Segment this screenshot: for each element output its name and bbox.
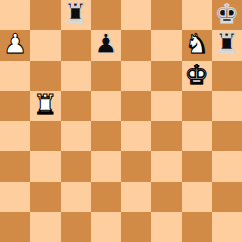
square-g5[interactable] [182, 91, 212, 121]
square-d3[interactable] [91, 151, 121, 181]
square-h4[interactable] [212, 121, 242, 151]
square-g2[interactable] [182, 182, 212, 212]
piece-white-rook[interactable]: ♜ [33, 91, 57, 120]
square-h1[interactable] [212, 212, 242, 242]
square-c3[interactable] [61, 151, 91, 181]
square-d5[interactable] [91, 91, 121, 121]
square-a5[interactable] [0, 91, 30, 121]
square-e4[interactable] [121, 121, 151, 151]
square-e7[interactable] [121, 30, 151, 60]
piece-black-rook[interactable]: ♜ [64, 0, 88, 29]
square-c1[interactable] [61, 212, 91, 242]
square-f2[interactable] [151, 182, 181, 212]
square-g6[interactable]: ♚ [182, 61, 212, 91]
square-f7[interactable] [151, 30, 181, 60]
square-h3[interactable] [212, 151, 242, 181]
square-d6[interactable] [91, 61, 121, 91]
square-c8[interactable]: ♜ [61, 0, 91, 30]
square-d7[interactable]: ♟ [91, 30, 121, 60]
square-a3[interactable] [0, 151, 30, 181]
square-c6[interactable] [61, 61, 91, 91]
square-d8[interactable] [91, 0, 121, 30]
square-a8[interactable] [0, 0, 30, 30]
square-b1[interactable] [30, 212, 60, 242]
square-b4[interactable] [30, 121, 60, 151]
square-a6[interactable] [0, 61, 30, 91]
square-c2[interactable] [61, 182, 91, 212]
square-b3[interactable] [30, 151, 60, 181]
square-f4[interactable] [151, 121, 181, 151]
square-c4[interactable] [61, 121, 91, 151]
square-g7[interactable]: ♞ [182, 30, 212, 60]
square-e6[interactable] [121, 61, 151, 91]
square-a2[interactable] [0, 182, 30, 212]
chess-board: ♜♚♟♟♞♜♚♜ [0, 0, 242, 242]
piece-white-king[interactable]: ♚ [185, 61, 209, 90]
square-g3[interactable] [182, 151, 212, 181]
piece-black-pawn[interactable]: ♟ [94, 30, 118, 59]
square-d2[interactable] [91, 182, 121, 212]
square-e8[interactable] [121, 0, 151, 30]
square-c7[interactable] [61, 30, 91, 60]
square-e1[interactable] [121, 212, 151, 242]
piece-white-knight[interactable]: ♞ [185, 30, 209, 59]
piece-black-rook[interactable]: ♜ [215, 30, 239, 59]
square-f6[interactable] [151, 61, 181, 91]
square-b5[interactable]: ♜ [30, 91, 60, 121]
square-h7[interactable]: ♜ [212, 30, 242, 60]
square-f5[interactable] [151, 91, 181, 121]
square-a1[interactable] [0, 212, 30, 242]
square-e2[interactable] [121, 182, 151, 212]
square-c5[interactable] [61, 91, 91, 121]
piece-black-king[interactable]: ♚ [215, 0, 239, 29]
square-f1[interactable] [151, 212, 181, 242]
square-e3[interactable] [121, 151, 151, 181]
square-h5[interactable] [212, 91, 242, 121]
square-e5[interactable] [121, 91, 151, 121]
square-f8[interactable] [151, 0, 181, 30]
square-h8[interactable]: ♚ [212, 0, 242, 30]
square-g1[interactable] [182, 212, 212, 242]
square-f3[interactable] [151, 151, 181, 181]
square-b7[interactable] [30, 30, 60, 60]
piece-white-pawn[interactable]: ♟ [3, 30, 27, 59]
square-a7[interactable]: ♟ [0, 30, 30, 60]
square-d4[interactable] [91, 121, 121, 151]
square-g8[interactable] [182, 0, 212, 30]
square-b8[interactable] [30, 0, 60, 30]
square-a4[interactable] [0, 121, 30, 151]
square-h6[interactable] [212, 61, 242, 91]
square-g4[interactable] [182, 121, 212, 151]
square-b2[interactable] [30, 182, 60, 212]
square-d1[interactable] [91, 212, 121, 242]
square-h2[interactable] [212, 182, 242, 212]
square-b6[interactable] [30, 61, 60, 91]
